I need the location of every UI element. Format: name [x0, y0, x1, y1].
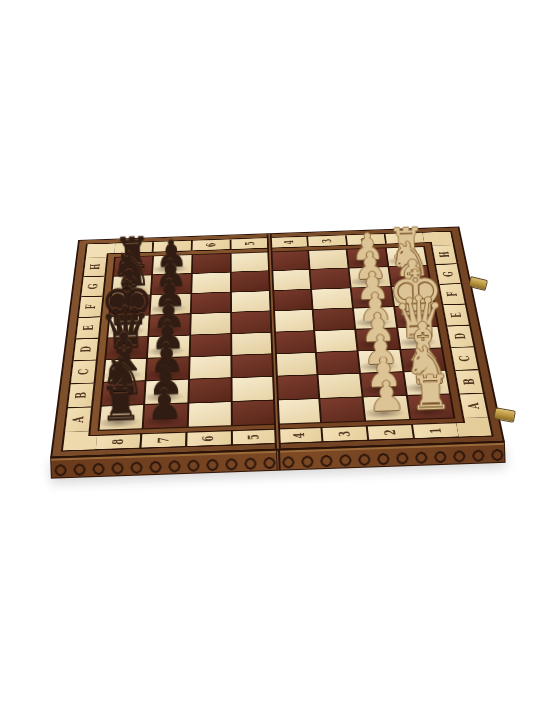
coordinate-label: 5	[243, 241, 257, 245]
coordinate-label: E	[80, 325, 97, 331]
square-d3	[315, 330, 357, 352]
square-a1: ♜	[407, 394, 453, 419]
board-assembly: ♜♟♟♜♞♟♟♞♝♟♟♝♚♟♟♚♛♟♟♛♝♟♟♝♞♟♟♞♜♟♟♜ HGFEDCB…	[0, 0, 540, 720]
coordinate-label: E	[448, 312, 465, 318]
black-pawn: ♟	[146, 384, 184, 426]
coordinate-label: B	[72, 392, 90, 399]
square-g5	[232, 271, 270, 291]
file-labels-right-cell-A: A	[460, 394, 488, 418]
rank-labels-far-cell-6: 6	[192, 239, 229, 250]
chess-set-photo: ♜♟♟♜♞♟♟♞♝♟♟♝♚♟♟♚♛♟♟♛♝♟♟♝♞♟♟♞♜♟♟♜ HGFEDCB…	[0, 0, 540, 720]
file-labels-left-cell-B: B	[68, 384, 93, 408]
square-h5	[232, 252, 270, 271]
square-a2: ♟	[364, 396, 409, 421]
square-h6	[193, 254, 231, 274]
square-b3	[318, 374, 361, 398]
coordinate-label: D	[451, 333, 469, 340]
rank-labels-far-cell-4: 4	[270, 237, 308, 248]
black-rook: ♜	[98, 379, 142, 427]
square-d6	[190, 334, 230, 356]
square-a8: ♜	[100, 405, 144, 430]
square-g3	[310, 269, 350, 289]
square-h3	[309, 250, 348, 269]
file-labels-left-cell-A: A	[65, 408, 91, 432]
file-labels-left-cell-D: D	[74, 339, 98, 361]
square-b6	[189, 378, 231, 402]
rank-labels-far-cell-3: 3	[308, 235, 346, 246]
page: { "game": "chess", "position": { "fen": …	[0, 0, 540, 720]
white-pawn: ♟	[367, 376, 405, 418]
fold-seam-side	[276, 451, 281, 470]
coordinate-label: B	[460, 378, 478, 385]
square-e3	[313, 309, 354, 330]
square-d4	[274, 331, 315, 353]
square-a7: ♟	[144, 403, 187, 428]
file-labels-left-cell-C: C	[71, 361, 96, 384]
coordinate-label: A	[464, 402, 483, 409]
coordinate-label: D	[77, 346, 94, 353]
file-labels-right-cell-B: B	[456, 370, 483, 393]
perspective-wrapper: ♜♟♟♜♞♟♟♞♝♟♟♝♚♟♟♚♛♟♟♛♝♟♟♝♞♟♟♞♜♟♟♜ HGFEDCB…	[0, 0, 540, 720]
coordinate-label: 6	[204, 243, 218, 247]
coordinate-label: A	[69, 416, 87, 423]
file-labels-right-cell-E: E	[443, 304, 469, 325]
square-c5	[232, 354, 273, 377]
file-labels-left-cell-E: E	[76, 317, 100, 338]
coordinate-label: 3	[320, 239, 334, 243]
rank-labels-far-cell-5: 5	[231, 238, 268, 249]
square-g4	[271, 270, 310, 290]
square-a5	[233, 400, 276, 425]
square-a6	[188, 402, 231, 427]
white-rook: ♜	[409, 368, 453, 416]
square-e5	[232, 311, 272, 333]
coordinate-label: 4	[282, 240, 296, 244]
square-c6	[190, 356, 231, 379]
square-e6	[191, 313, 231, 335]
square-f3	[312, 288, 352, 309]
square-b5	[233, 377, 275, 401]
square-a3	[320, 397, 364, 422]
square-g6	[192, 273, 230, 293]
square-h4	[270, 251, 308, 270]
coordinate-label: F	[82, 304, 99, 309]
board-top-surface: ♜♟♟♜♞♟♟♞♝♟♟♝♚♟♟♚♛♟♟♛♝♟♟♝♞♟♟♞♜♟♟♜ HGFEDCB…	[50, 227, 505, 458]
square-b4	[275, 375, 318, 399]
grid-frame: ♜♟♟♜♞♟♟♞♝♟♟♝♚♟♟♚♛♟♟♛♝♟♟♝♞♟♟♞♜♟♟♜	[98, 246, 456, 431]
square-a4	[276, 399, 319, 424]
square-e4	[273, 310, 313, 331]
square-d5	[232, 332, 272, 354]
